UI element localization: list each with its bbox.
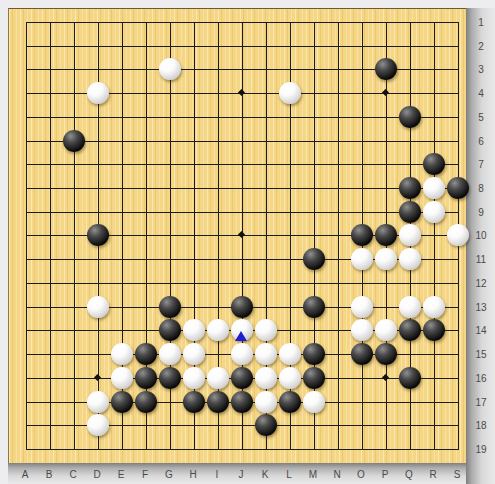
column-label: K <box>257 469 273 480</box>
column-label: H <box>185 469 201 480</box>
white-stone[interactable] <box>255 367 277 389</box>
column-label: O <box>353 469 369 480</box>
black-stone[interactable] <box>159 367 181 389</box>
white-stone[interactable] <box>399 248 421 270</box>
white-stone[interactable] <box>399 296 421 318</box>
white-stone[interactable] <box>351 248 373 270</box>
white-stone[interactable] <box>423 201 445 223</box>
black-stone[interactable] <box>423 319 445 341</box>
column-label: E <box>113 469 129 480</box>
row-label: 5 <box>470 112 492 123</box>
column-label: P <box>377 469 393 480</box>
black-stone[interactable] <box>231 391 253 413</box>
column-label: L <box>281 469 297 480</box>
white-stone[interactable] <box>255 391 277 413</box>
black-stone[interactable] <box>303 248 325 270</box>
white-stone[interactable] <box>87 414 109 436</box>
row-label: 16 <box>470 373 492 384</box>
white-stone[interactable] <box>159 58 181 80</box>
white-stone[interactable] <box>423 296 445 318</box>
white-stone[interactable] <box>111 343 133 365</box>
white-stone[interactable] <box>183 367 205 389</box>
white-stone[interactable] <box>159 343 181 365</box>
row-label: 4 <box>470 88 492 99</box>
black-stone[interactable] <box>423 153 445 175</box>
column-label: S <box>449 469 465 480</box>
black-stone[interactable] <box>399 201 421 223</box>
last-move-triangle-marker <box>235 331 247 341</box>
white-stone[interactable] <box>111 367 133 389</box>
black-stone[interactable] <box>399 319 421 341</box>
row-label: 15 <box>470 349 492 360</box>
column-label: C <box>65 469 81 480</box>
row-label: 12 <box>470 278 492 289</box>
black-stone[interactable] <box>255 414 277 436</box>
row-coordinate-strip <box>466 8 495 484</box>
white-stone[interactable] <box>279 343 301 365</box>
black-stone[interactable] <box>231 296 253 318</box>
black-stone[interactable] <box>303 343 325 365</box>
column-label: D <box>89 469 105 480</box>
row-label: 18 <box>470 420 492 431</box>
go-app-window: ABCDEFGHIJKLMNOPQRS123456789101112131415… <box>0 0 495 484</box>
row-label: 19 <box>470 444 492 455</box>
column-label: N <box>329 469 345 480</box>
white-stone[interactable] <box>87 391 109 413</box>
row-label: 6 <box>470 136 492 147</box>
black-stone[interactable] <box>159 319 181 341</box>
black-stone[interactable] <box>375 58 397 80</box>
black-stone[interactable] <box>447 177 469 199</box>
column-label: M <box>305 469 321 480</box>
column-label: I <box>209 469 225 480</box>
black-stone[interactable] <box>279 391 301 413</box>
column-label: G <box>161 469 177 480</box>
black-stone[interactable] <box>303 367 325 389</box>
column-label: B <box>41 469 57 480</box>
black-stone[interactable] <box>135 391 157 413</box>
black-stone[interactable] <box>303 296 325 318</box>
white-stone[interactable] <box>279 82 301 104</box>
black-stone[interactable] <box>399 367 421 389</box>
column-label: A <box>17 469 33 480</box>
black-stone[interactable] <box>135 343 157 365</box>
row-label: 14 <box>470 325 492 336</box>
white-stone[interactable] <box>279 367 301 389</box>
black-stone[interactable] <box>183 391 205 413</box>
black-stone[interactable] <box>231 367 253 389</box>
white-stone[interactable] <box>183 319 205 341</box>
black-stone[interactable] <box>111 391 133 413</box>
white-stone[interactable] <box>255 343 277 365</box>
row-label: 7 <box>470 159 492 170</box>
row-label: 9 <box>470 207 492 218</box>
column-label: R <box>425 469 441 480</box>
column-label: Q <box>401 469 417 480</box>
black-stone[interactable] <box>399 106 421 128</box>
white-stone[interactable] <box>183 343 205 365</box>
row-label: 13 <box>470 302 492 313</box>
white-stone[interactable] <box>87 82 109 104</box>
black-stone[interactable] <box>63 130 85 152</box>
black-stone[interactable] <box>351 224 373 246</box>
black-stone[interactable] <box>399 177 421 199</box>
white-stone[interactable] <box>207 367 229 389</box>
row-label: 1 <box>470 17 492 28</box>
white-stone[interactable] <box>447 224 469 246</box>
column-label: J <box>233 469 249 480</box>
black-stone[interactable] <box>207 391 229 413</box>
black-stone[interactable] <box>87 224 109 246</box>
white-stone[interactable] <box>375 248 397 270</box>
row-label: 17 <box>470 397 492 408</box>
black-stone[interactable] <box>135 367 157 389</box>
white-stone[interactable] <box>207 319 229 341</box>
black-stone[interactable] <box>375 224 397 246</box>
white-stone[interactable] <box>87 296 109 318</box>
white-stone[interactable] <box>399 224 421 246</box>
row-label: 8 <box>470 183 492 194</box>
row-label: 10 <box>470 230 492 241</box>
black-stone[interactable] <box>351 343 373 365</box>
white-stone[interactable] <box>303 391 325 413</box>
white-stone[interactable] <box>351 296 373 318</box>
row-label: 2 <box>470 41 492 52</box>
black-stone[interactable] <box>375 343 397 365</box>
white-stone[interactable] <box>255 319 277 341</box>
white-stone[interactable] <box>375 319 397 341</box>
row-label: 3 <box>470 64 492 75</box>
white-stone[interactable] <box>351 319 373 341</box>
white-stone[interactable] <box>231 343 253 365</box>
column-label: F <box>137 469 153 480</box>
black-stone[interactable] <box>159 296 181 318</box>
white-stone[interactable] <box>423 177 445 199</box>
row-label: 11 <box>470 254 492 265</box>
